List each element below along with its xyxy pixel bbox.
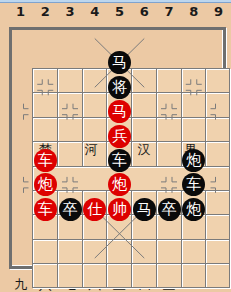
file-label-top: 3 (60, 4, 80, 19)
board-cell[interactable] (156, 92, 181, 116)
board-cell[interactable] (131, 239, 156, 263)
board-cell[interactable] (205, 214, 230, 238)
board-cell[interactable] (32, 239, 57, 263)
board-cell[interactable] (205, 117, 230, 141)
board-cell[interactable] (205, 68, 230, 92)
piece-black-general[interactable]: 将 (108, 76, 131, 99)
piece-black-soldier[interactable]: 卒 (158, 198, 181, 221)
board-cell[interactable] (57, 239, 82, 263)
board-cell[interactable] (156, 263, 181, 287)
board-cell[interactable] (131, 263, 156, 287)
board-cell[interactable] (205, 239, 230, 263)
board-cell[interactable] (205, 141, 230, 165)
piece-red-general[interactable]: 帅 (108, 198, 131, 221)
board-cell[interactable] (205, 92, 230, 116)
board-cell[interactable] (82, 92, 107, 116)
board-cell[interactable] (181, 92, 206, 116)
piece-red-advisor[interactable]: 仕 (83, 198, 106, 221)
piece-black-chariot[interactable]: 车 (108, 149, 131, 172)
board-cell[interactable] (106, 263, 131, 287)
board-cell[interactable] (57, 141, 82, 165)
board-cell[interactable] (32, 68, 57, 92)
file-label-top: 7 (159, 4, 179, 19)
file-label-top: 6 (134, 4, 154, 19)
board-cell[interactable] (156, 68, 181, 92)
file-label-top: 5 (110, 4, 130, 19)
file-label-top: 2 (35, 4, 55, 19)
board-cell[interactable] (32, 92, 57, 116)
window-top-edge (0, 0, 231, 3)
board-cell[interactable] (181, 68, 206, 92)
piece-red-soldier[interactable]: 兵 (108, 125, 131, 148)
board-cell[interactable] (156, 239, 181, 263)
app-window: 123456789 楚河汉界 马将马兵车车炮炮炮车车卒仕帅马卒炮 九八七六五四三… (0, 0, 231, 292)
board-cell[interactable] (131, 92, 156, 116)
board-cell[interactable] (106, 239, 131, 263)
file-label-top: 1 (11, 4, 31, 19)
board-cell[interactable] (82, 68, 107, 92)
board-cell[interactable] (205, 263, 230, 287)
file-label-bottom: 九 (11, 276, 31, 292)
board-cell[interactable] (131, 68, 156, 92)
piece-black-soldier[interactable]: 卒 (59, 198, 82, 221)
piece-red-chariot[interactable]: 车 (34, 198, 57, 221)
piece-black-horse[interactable]: 马 (133, 198, 156, 221)
board-cell[interactable] (32, 263, 57, 287)
board-cell[interactable] (57, 92, 82, 116)
river-text-char: 河 (83, 141, 99, 159)
file-label-top: 4 (85, 4, 105, 19)
file-label-top: 8 (184, 4, 204, 19)
board-cell[interactable] (156, 117, 181, 141)
board-cell[interactable] (181, 239, 206, 263)
piece-red-cannon[interactable]: 炮 (34, 173, 57, 196)
board-cell[interactable] (82, 263, 107, 287)
board-cell[interactable] (82, 117, 107, 141)
board-cell[interactable] (181, 263, 206, 287)
board-cell[interactable] (156, 141, 181, 165)
board-cell[interactable] (57, 68, 82, 92)
board-cell[interactable] (57, 263, 82, 287)
board-cell[interactable] (181, 117, 206, 141)
piece-black-cannon[interactable]: 炮 (182, 198, 205, 221)
river-text-char: 汉 (136, 141, 152, 159)
board-cell[interactable] (205, 190, 230, 214)
board-cell[interactable] (57, 117, 82, 141)
board-cell[interactable] (32, 117, 57, 141)
file-label-top: 9 (209, 4, 229, 19)
board-cell[interactable] (131, 117, 156, 141)
piece-red-chariot[interactable]: 车 (34, 149, 57, 172)
board-cell[interactable] (82, 239, 107, 263)
